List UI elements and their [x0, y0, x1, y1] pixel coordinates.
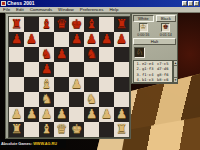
square-h5[interactable]	[114, 62, 129, 77]
piece-black-pawn[interactable]: ♟	[114, 32, 129, 47]
black-king-icon: ♚	[161, 23, 170, 32]
square-g7[interactable]: ♟	[99, 32, 114, 47]
piece-black-bishop[interactable]: ♝	[39, 17, 54, 32]
square-c2[interactable]: ♟	[39, 107, 54, 122]
square-g5[interactable]	[99, 62, 114, 77]
scroll-up-icon[interactable]: ▲	[174, 61, 177, 66]
square-g2[interactable]: ♟	[99, 107, 114, 122]
move-number: 4.	[134, 77, 142, 82]
move-list[interactable]: 1.e2-e4c7-c52.g1-f3d7-d63.f1-c4g8-f64.b1…	[133, 60, 173, 83]
piece-black-bishop[interactable]: ♝	[84, 17, 99, 32]
square-d7[interactable]	[54, 32, 69, 47]
square-c7[interactable]	[39, 32, 54, 47]
piece-black-king[interactable]: ♚	[69, 17, 84, 32]
square-d3[interactable]	[54, 92, 69, 107]
square-e8[interactable]: ♚	[69, 17, 84, 32]
square-e4[interactable]: ♟	[69, 77, 84, 92]
square-g8[interactable]	[99, 17, 114, 32]
piece-white-knight[interactable]: ♞	[84, 92, 99, 107]
square-a2[interactable]: ♟	[9, 107, 24, 122]
square-d1[interactable]: ♛	[54, 122, 69, 137]
white-king-icon: ♔	[139, 23, 148, 32]
square-c1[interactable]: ♝	[39, 122, 54, 137]
piece-white-pawn[interactable]: ♟	[99, 107, 114, 122]
square-h8[interactable]: ♜	[114, 17, 129, 32]
square-c3[interactable]: ♞	[39, 92, 54, 107]
square-e5[interactable]	[69, 62, 84, 77]
piece-white-pawn[interactable]: ♟	[54, 107, 69, 122]
square-c6[interactable]: ♞	[39, 47, 54, 62]
piece-black-pawn[interactable]: ♟	[39, 62, 54, 77]
square-a4[interactable]	[9, 77, 24, 92]
halt-button[interactable]: Halt	[133, 38, 176, 45]
square-h3[interactable]	[114, 92, 129, 107]
square-f2[interactable]: ♟	[84, 107, 99, 122]
square-d8[interactable]: ♛	[54, 17, 69, 32]
piece-black-queen[interactable]: ♛	[54, 17, 69, 32]
square-f8[interactable]: ♝	[84, 17, 99, 32]
square-d4[interactable]	[54, 77, 69, 92]
piece-white-pawn[interactable]: ♟	[24, 107, 39, 122]
square-e1[interactable]: ♚	[69, 122, 84, 137]
menu-window[interactable]: Window	[55, 7, 77, 13]
piece-black-knight[interactable]: ♞	[39, 47, 54, 62]
square-b1[interactable]	[24, 122, 39, 137]
white-player-button[interactable]: White	[133, 15, 154, 22]
piece-black-pawn[interactable]: ♟	[69, 32, 84, 47]
white-clock: ♔ 0:00:16	[133, 23, 154, 37]
square-e3[interactable]	[69, 92, 84, 107]
square-d5[interactable]	[54, 62, 69, 77]
square-d2[interactable]: ♟	[54, 107, 69, 122]
square-a6[interactable]	[9, 47, 24, 62]
square-b3[interactable]	[24, 92, 39, 107]
square-f6[interactable]: ♞	[84, 47, 99, 62]
menu-edit[interactable]: Edit	[13, 7, 27, 13]
move-row[interactable]: 4.b1-c3b8-c6	[134, 77, 172, 82]
black-player-button[interactable]: Black	[156, 15, 177, 22]
piece-black-pawn[interactable]: ♟	[9, 32, 24, 47]
square-f1[interactable]	[84, 122, 99, 137]
square-h6[interactable]	[114, 47, 129, 62]
square-a7[interactable]: ♟	[9, 32, 24, 47]
black-clock: ♚ 0:01:14	[156, 23, 177, 37]
scroll-down-icon[interactable]: ▼	[174, 77, 177, 82]
square-g1[interactable]	[99, 122, 114, 137]
square-h7[interactable]: ♟	[114, 32, 129, 47]
hint-row: ♘	[133, 47, 176, 59]
close-button[interactable]: ×	[194, 1, 199, 6]
square-b8[interactable]	[24, 17, 39, 32]
square-b4[interactable]	[24, 77, 39, 92]
square-e2[interactable]	[69, 107, 84, 122]
square-a8[interactable]: ♜	[9, 17, 24, 32]
square-h1[interactable]: ♜	[114, 122, 129, 137]
square-h2[interactable]: ♟	[114, 107, 129, 122]
minimize-button[interactable]: _	[182, 1, 187, 6]
square-b5[interactable]	[24, 62, 39, 77]
piece-white-queen[interactable]: ♛	[54, 122, 69, 137]
piece-white-bishop[interactable]: ♝	[39, 77, 54, 92]
menu-file[interactable]: File	[0, 7, 13, 13]
watermark-url: WWW.AG.RU	[32, 142, 57, 146]
square-e7[interactable]: ♟	[69, 32, 84, 47]
square-c5[interactable]: ♟	[39, 62, 54, 77]
square-c4[interactable]: ♝	[39, 77, 54, 92]
maximize-button[interactable]: □	[188, 1, 193, 6]
square-b6[interactable]	[24, 47, 39, 62]
piece-white-bishop[interactable]: ♝	[39, 122, 54, 137]
piece-white-pawn[interactable]: ♟	[39, 107, 54, 122]
white-move: b1-c3	[142, 77, 157, 82]
square-g4[interactable]	[99, 77, 114, 92]
square-f7[interactable]: ♟	[84, 32, 99, 47]
board-frame: ♜♝♛♚♝♜♟♟♟♟♟♟♞♟♞♟♝♟♞♞♟♟♟♟♟♟♟♜♝♛♚♜	[5, 13, 131, 139]
piece-black-rook[interactable]: ♜	[9, 17, 24, 32]
info-panel: White Black ♔ 0:00:16 ♚ 0:01:14 Halt ♘ 1…	[131, 13, 178, 84]
square-b7[interactable]: ♟	[24, 32, 39, 47]
square-b2[interactable]: ♟	[24, 107, 39, 122]
move-list-scrollbar[interactable]: ▲ ▼	[173, 60, 178, 83]
piece-white-pawn[interactable]: ♟	[84, 107, 99, 122]
piece-white-knight[interactable]: ♞	[39, 92, 54, 107]
piece-white-pawn[interactable]: ♟	[9, 107, 24, 122]
watermark-site: Absolute Games:	[0, 142, 32, 146]
piece-black-pawn[interactable]: ♟	[24, 32, 39, 47]
piece-black-pawn[interactable]: ♟	[84, 32, 99, 47]
piece-white-pawn[interactable]: ♟	[114, 107, 129, 122]
square-a5[interactable]	[9, 62, 24, 77]
square-f5[interactable]	[84, 62, 99, 77]
black-move: b8-c6	[157, 77, 172, 82]
square-f3[interactable]: ♞	[84, 92, 99, 107]
square-a1[interactable]: ♜	[9, 122, 24, 137]
piece-black-knight[interactable]: ♞	[84, 47, 99, 62]
menu-commands[interactable]: Commands	[27, 7, 55, 13]
square-d6[interactable]: ♟	[54, 47, 69, 62]
watermark: Absolute Games: WWW.AG.RU	[0, 139, 66, 148]
square-g6[interactable]	[99, 47, 114, 62]
piece-white-rook[interactable]: ♜	[9, 122, 24, 137]
chess-board[interactable]: ♜♝♛♚♝♜♟♟♟♟♟♟♞♟♞♟♝♟♞♞♟♟♟♟♟♟♟♜♝♛♚♜	[8, 16, 130, 138]
square-g3[interactable]	[99, 92, 114, 107]
piece-black-pawn[interactable]: ♟	[54, 47, 69, 62]
black-clock-time: 0:01:14	[160, 33, 172, 37]
square-f4[interactable]	[84, 77, 99, 92]
piece-black-pawn[interactable]: ♟	[99, 32, 114, 47]
piece-white-rook[interactable]: ♜	[114, 122, 129, 137]
menu-help[interactable]: Help	[106, 7, 121, 13]
square-a3[interactable]	[9, 92, 24, 107]
menu-preferences[interactable]: Preferences	[77, 7, 107, 13]
app-icon	[1, 1, 6, 6]
piece-white-king[interactable]: ♚	[69, 122, 84, 137]
white-knight-icon[interactable]: ♘	[134, 47, 145, 58]
square-c8[interactable]: ♝	[39, 17, 54, 32]
piece-black-rook[interactable]: ♜	[114, 17, 129, 32]
piece-white-pawn[interactable]: ♟	[69, 77, 84, 92]
square-h4[interactable]	[114, 77, 129, 92]
white-clock-time: 0:00:16	[137, 33, 149, 37]
square-e6[interactable]	[69, 47, 84, 62]
